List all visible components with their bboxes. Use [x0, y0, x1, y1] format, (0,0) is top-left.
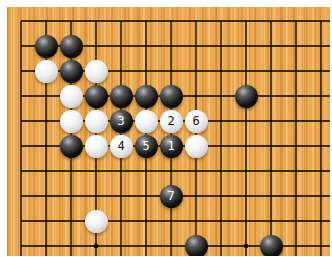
- go-board[interactable]: 3264517: [7, 7, 330, 256]
- stone-black-move-5: 5: [135, 135, 158, 158]
- stone-white: [85, 210, 108, 233]
- stone-black-move-1: 1: [160, 135, 183, 158]
- stone-white: [85, 60, 108, 83]
- stone-white: [35, 60, 58, 83]
- move-number: 1: [167, 140, 174, 152]
- move-number: 5: [142, 140, 149, 152]
- stone-black: [60, 135, 83, 158]
- stone-black: [185, 235, 208, 257]
- stone-white: [135, 110, 158, 133]
- stone-black-move-3: 3: [110, 110, 133, 133]
- stone-black: [135, 85, 158, 108]
- stone-black: [160, 85, 183, 108]
- diagram-frame: 3264517: [0, 0, 332, 257]
- stone-black: [60, 60, 83, 83]
- stone-white: [85, 135, 108, 158]
- stone-white-move-4: 4: [110, 135, 133, 158]
- stone-white: [60, 110, 83, 133]
- stone-black-move-7: 7: [160, 185, 183, 208]
- move-number: 6: [192, 115, 199, 127]
- stone-white: [60, 85, 83, 108]
- stone-white-move-2: 2: [160, 110, 183, 133]
- stone-white-move-6: 6: [185, 110, 208, 133]
- move-number: 3: [117, 115, 124, 127]
- stone-black: [235, 85, 258, 108]
- move-number: 4: [117, 140, 124, 152]
- stone-black: [85, 85, 108, 108]
- stone-white: [85, 110, 108, 133]
- move-number: 2: [167, 115, 174, 127]
- stone-black: [35, 35, 58, 58]
- stone-black: [60, 35, 83, 58]
- stone-white: [185, 135, 208, 158]
- stone-black: [110, 85, 133, 108]
- move-number: 7: [167, 190, 174, 202]
- stones-layer: 3264517: [7, 7, 330, 256]
- stone-black: [260, 235, 283, 257]
